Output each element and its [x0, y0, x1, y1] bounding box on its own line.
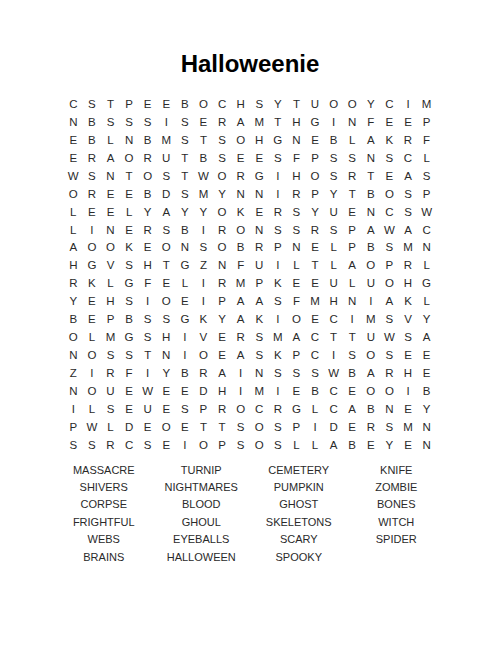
grid-cell-r16-c3[interactable]: R [101, 364, 120, 382]
grid-cell-r11-c19[interactable]: H [399, 274, 418, 292]
grid-cell-r8-c5[interactable]: R [138, 221, 157, 239]
grid-cell-r6-c2[interactable]: R [83, 185, 102, 203]
grid-cell-r10-c7[interactable]: G [176, 256, 195, 274]
grid-cell-r9-c16[interactable]: P [343, 239, 362, 257]
grid-cell-r16-c6[interactable]: Y [157, 364, 176, 382]
grid-cell-r11-c6[interactable]: E [157, 274, 176, 292]
grid-cell-r12-c8[interactable]: I [194, 292, 213, 310]
grid-cell-r7-c13[interactable]: S [287, 203, 306, 221]
grid-cell-r11-c9[interactable]: R [213, 274, 232, 292]
grid-cell-r6-c17[interactable]: B [362, 185, 381, 203]
grid-cell-r9-c12[interactable]: P [269, 239, 288, 257]
grid-cell-r16-c16[interactable]: B [343, 364, 362, 382]
grid-cell-r18-c19[interactable]: E [399, 400, 418, 418]
grid-cell-r3-c8[interactable]: T [194, 131, 213, 149]
grid-cell-r11-c11[interactable]: P [250, 274, 269, 292]
grid-cell-r7-c15[interactable]: U [324, 203, 343, 221]
grid-cell-r15-c8[interactable]: O [194, 346, 213, 364]
grid-cell-r20-c20[interactable]: N [417, 436, 436, 454]
grid-cell-r18-c16[interactable]: A [343, 400, 362, 418]
grid-cell-r14-c9[interactable]: E [213, 328, 232, 346]
grid-cell-r4-c5[interactable]: R [138, 149, 157, 167]
grid-cell-r17-c4[interactable]: E [120, 382, 139, 400]
grid-cell-r2-c3[interactable]: S [101, 113, 120, 131]
grid-cell-r2-c11[interactable]: M [250, 113, 269, 131]
grid-cell-r17-c16[interactable]: E [343, 382, 362, 400]
grid-cell-r19-c20[interactable]: N [417, 418, 436, 436]
grid-cell-r5-c19[interactable]: A [399, 167, 418, 185]
grid-cell-r12-c20[interactable]: L [417, 292, 436, 310]
grid-cell-r7-c10[interactable]: K [231, 203, 250, 221]
grid-cell-r2-c7[interactable]: S [176, 113, 195, 131]
grid-cell-r17-c15[interactable]: C [324, 382, 343, 400]
grid-cell-r12-c12[interactable]: S [269, 292, 288, 310]
grid-cell-r1-c3[interactable]: T [101, 95, 120, 113]
grid-cell-r6-c20[interactable]: P [417, 185, 436, 203]
grid-cell-r8-c4[interactable]: E [120, 221, 139, 239]
grid-cell-r9-c3[interactable]: O [101, 239, 120, 257]
grid-cell-r2-c14[interactable]: G [306, 113, 325, 131]
grid-cell-r13-c20[interactable]: Y [417, 310, 436, 328]
grid-cell-r17-c9[interactable]: H [213, 382, 232, 400]
grid-cell-r13-c13[interactable]: O [287, 310, 306, 328]
grid-cell-r4-c7[interactable]: T [176, 149, 195, 167]
grid-cell-r8-c10[interactable]: O [231, 221, 250, 239]
grid-cell-r5-c11[interactable]: G [250, 167, 269, 185]
grid-cell-r4-c2[interactable]: R [83, 149, 102, 167]
grid-cell-r7-c18[interactable]: C [380, 203, 399, 221]
grid-cell-r10-c8[interactable]: Z [194, 256, 213, 274]
grid-cell-r14-c4[interactable]: G [120, 328, 139, 346]
grid-cell-r10-c16[interactable]: A [343, 256, 362, 274]
grid-cell-r9-c20[interactable]: N [417, 239, 436, 257]
grid-cell-r6-c16[interactable]: T [343, 185, 362, 203]
grid-cell-r12-c10[interactable]: A [231, 292, 250, 310]
grid-cell-r7-c19[interactable]: S [399, 203, 418, 221]
grid-cell-r2-c2[interactable]: B [83, 113, 102, 131]
grid-cell-r6-c18[interactable]: O [380, 185, 399, 203]
grid-cell-r20-c19[interactable]: E [399, 436, 418, 454]
grid-cell-r9-c15[interactable]: L [324, 239, 343, 257]
grid-cell-r4-c3[interactable]: A [101, 149, 120, 167]
grid-cell-r18-c10[interactable]: O [231, 400, 250, 418]
grid-cell-r10-c14[interactable]: T [306, 256, 325, 274]
grid-cell-r1-c20[interactable]: M [417, 95, 436, 113]
grid-cell-r2-c5[interactable]: S [138, 113, 157, 131]
grid-cell-r15-c4[interactable]: S [120, 346, 139, 364]
grid-cell-r1-c2[interactable]: S [83, 95, 102, 113]
grid-cell-r19-c5[interactable]: E [138, 418, 157, 436]
grid-cell-r6-c3[interactable]: E [101, 185, 120, 203]
grid-cell-r17-c20[interactable]: B [417, 382, 436, 400]
grid-cell-r8-c3[interactable]: N [101, 221, 120, 239]
grid-cell-r13-c6[interactable]: S [157, 310, 176, 328]
grid-cell-r14-c13[interactable]: A [287, 328, 306, 346]
grid-cell-r19-c18[interactable]: S [380, 418, 399, 436]
grid-cell-r13-c11[interactable]: K [250, 310, 269, 328]
grid-cell-r5-c20[interactable]: S [417, 167, 436, 185]
grid-cell-r2-c13[interactable]: H [287, 113, 306, 131]
grid-cell-r7-c1[interactable]: L [64, 203, 83, 221]
grid-cell-r8-c16[interactable]: P [343, 221, 362, 239]
grid-cell-r10-c15[interactable]: L [324, 256, 343, 274]
grid-cell-r1-c18[interactable]: C [380, 95, 399, 113]
grid-cell-r6-c5[interactable]: B [138, 185, 157, 203]
grid-cell-r17-c12[interactable]: I [269, 382, 288, 400]
grid-cell-r8-c17[interactable]: A [362, 221, 381, 239]
grid-cell-r9-c2[interactable]: O [83, 239, 102, 257]
grid-cell-r1-c16[interactable]: O [343, 95, 362, 113]
grid-cell-r8-c18[interactable]: W [380, 221, 399, 239]
grid-cell-r2-c8[interactable]: E [194, 113, 213, 131]
grid-cell-r20-c16[interactable]: B [343, 436, 362, 454]
grid-cell-r7-c20[interactable]: W [417, 203, 436, 221]
grid-cell-r16-c4[interactable]: F [120, 364, 139, 382]
grid-cell-r1-c15[interactable]: O [324, 95, 343, 113]
grid-cell-r20-c13[interactable]: L [287, 436, 306, 454]
grid-cell-r2-c4[interactable]: S [120, 113, 139, 131]
grid-cell-r20-c12[interactable]: S [269, 436, 288, 454]
grid-cell-r10-c20[interactable]: L [417, 256, 436, 274]
grid-cell-r7-c11[interactable]: E [250, 203, 269, 221]
grid-cell-r5-c7[interactable]: T [176, 167, 195, 185]
grid-cell-r11-c14[interactable]: E [306, 274, 325, 292]
grid-cell-r4-c1[interactable]: E [64, 149, 83, 167]
grid-cell-r4-c14[interactable]: P [306, 149, 325, 167]
grid-cell-r16-c19[interactable]: H [399, 364, 418, 382]
grid-cell-r5-c8[interactable]: W [194, 167, 213, 185]
grid-cell-r4-c10[interactable]: E [231, 149, 250, 167]
grid-cell-r16-c1[interactable]: Z [64, 364, 83, 382]
grid-cell-r2-c6[interactable]: I [157, 113, 176, 131]
grid-cell-r7-c12[interactable]: R [269, 203, 288, 221]
grid-cell-r5-c4[interactable]: T [120, 167, 139, 185]
grid-cell-r14-c18[interactable]: W [380, 328, 399, 346]
grid-cell-r19-c4[interactable]: D [120, 418, 139, 436]
grid-cell-r11-c16[interactable]: L [343, 274, 362, 292]
grid-cell-r5-c6[interactable]: S [157, 167, 176, 185]
grid-cell-r17-c8[interactable]: D [194, 382, 213, 400]
grid-cell-r14-c12[interactable]: M [269, 328, 288, 346]
grid-cell-r14-c3[interactable]: M [101, 328, 120, 346]
grid-cell-r19-c8[interactable]: T [194, 418, 213, 436]
grid-cell-r4-c13[interactable]: F [287, 149, 306, 167]
grid-cell-r6-c11[interactable]: N [250, 185, 269, 203]
grid-cell-r10-c11[interactable]: U [250, 256, 269, 274]
grid-cell-r9-c4[interactable]: K [120, 239, 139, 257]
grid-cell-r7-c2[interactable]: E [83, 203, 102, 221]
grid-cell-r16-c12[interactable]: S [269, 364, 288, 382]
grid-cell-r14-c7[interactable]: I [176, 328, 195, 346]
grid-cell-r11-c7[interactable]: L [176, 274, 195, 292]
grid-cell-r15-c16[interactable]: S [343, 346, 362, 364]
grid-cell-r18-c6[interactable]: E [157, 400, 176, 418]
grid-cell-r11-c2[interactable]: K [83, 274, 102, 292]
grid-cell-r7-c9[interactable]: O [213, 203, 232, 221]
grid-cell-r12-c16[interactable]: N [343, 292, 362, 310]
grid-cell-r3-c3[interactable]: L [101, 131, 120, 149]
grid-cell-r4-c9[interactable]: S [213, 149, 232, 167]
grid-cell-r11-c13[interactable]: E [287, 274, 306, 292]
grid-cell-r14-c6[interactable]: H [157, 328, 176, 346]
grid-cell-r14-c16[interactable]: T [343, 328, 362, 346]
grid-cell-r13-c17[interactable]: M [362, 310, 381, 328]
grid-cell-r19-c19[interactable]: M [399, 418, 418, 436]
grid-cell-r5-c16[interactable]: R [343, 167, 362, 185]
grid-cell-r6-c13[interactable]: R [287, 185, 306, 203]
grid-cell-r2-c17[interactable]: F [362, 113, 381, 131]
grid-cell-r7-c7[interactable]: Y [176, 203, 195, 221]
grid-cell-r1-c5[interactable]: E [138, 95, 157, 113]
grid-cell-r20-c9[interactable]: P [213, 436, 232, 454]
grid-cell-r4-c20[interactable]: L [417, 149, 436, 167]
grid-cell-r8-c8[interactable]: I [194, 221, 213, 239]
grid-cell-r8-c19[interactable]: A [399, 221, 418, 239]
grid-cell-r13-c3[interactable]: P [101, 310, 120, 328]
grid-cell-r3-c20[interactable]: F [417, 131, 436, 149]
grid-cell-r18-c7[interactable]: S [176, 400, 195, 418]
grid-cell-r11-c10[interactable]: M [231, 274, 250, 292]
grid-cell-r15-c13[interactable]: P [287, 346, 306, 364]
grid-cell-r7-c5[interactable]: Y [138, 203, 157, 221]
grid-cell-r20-c2[interactable]: S [83, 436, 102, 454]
grid-cell-r13-c14[interactable]: E [306, 310, 325, 328]
grid-cell-r12-c2[interactable]: E [83, 292, 102, 310]
grid-cell-r1-c11[interactable]: S [250, 95, 269, 113]
grid-cell-r11-c5[interactable]: F [138, 274, 157, 292]
grid-cell-r15-c18[interactable]: S [380, 346, 399, 364]
grid-cell-r2-c12[interactable]: T [269, 113, 288, 131]
grid-cell-r14-c5[interactable]: S [138, 328, 157, 346]
grid-cell-r4-c11[interactable]: E [250, 149, 269, 167]
grid-cell-r15-c1[interactable]: N [64, 346, 83, 364]
grid-cell-r3-c4[interactable]: N [120, 131, 139, 149]
grid-cell-r3-c9[interactable]: S [213, 131, 232, 149]
grid-cell-r10-c12[interactable]: I [269, 256, 288, 274]
grid-cell-r17-c11[interactable]: M [250, 382, 269, 400]
grid-cell-r17-c5[interactable]: W [138, 382, 157, 400]
grid-cell-r20-c6[interactable]: E [157, 436, 176, 454]
grid-cell-r14-c19[interactable]: S [399, 328, 418, 346]
grid-cell-r4-c17[interactable]: N [362, 149, 381, 167]
grid-cell-r15-c19[interactable]: E [399, 346, 418, 364]
grid-cell-r13-c16[interactable]: I [343, 310, 362, 328]
grid-cell-r20-c4[interactable]: C [120, 436, 139, 454]
grid-cell-r8-c20[interactable]: C [417, 221, 436, 239]
grid-cell-r12-c7[interactable]: E [176, 292, 195, 310]
grid-cell-r14-c11[interactable]: S [250, 328, 269, 346]
grid-cell-r19-c11[interactable]: O [250, 418, 269, 436]
grid-cell-r16-c10[interactable]: I [231, 364, 250, 382]
grid-cell-r3-c5[interactable]: B [138, 131, 157, 149]
grid-cell-r20-c18[interactable]: Y [380, 436, 399, 454]
grid-cell-r18-c1[interactable]: I [64, 400, 83, 418]
grid-cell-r4-c4[interactable]: O [120, 149, 139, 167]
grid-cell-r16-c11[interactable]: N [250, 364, 269, 382]
grid-cell-r13-c15[interactable]: C [324, 310, 343, 328]
grid-cell-r17-c18[interactable]: O [380, 382, 399, 400]
grid-cell-r9-c6[interactable]: O [157, 239, 176, 257]
grid-cell-r13-c2[interactable]: E [83, 310, 102, 328]
grid-cell-r1-c14[interactable]: U [306, 95, 325, 113]
grid-cell-r17-c19[interactable]: I [399, 382, 418, 400]
grid-cell-r10-c9[interactable]: N [213, 256, 232, 274]
grid-cell-r2-c19[interactable]: E [399, 113, 418, 131]
grid-cell-r9-c7[interactable]: N [176, 239, 195, 257]
grid-cell-r16-c17[interactable]: A [362, 364, 381, 382]
grid-cell-r8-c11[interactable]: N [250, 221, 269, 239]
grid-cell-r3-c1[interactable]: E [64, 131, 83, 149]
grid-cell-r3-c10[interactable]: O [231, 131, 250, 149]
grid-cell-r20-c7[interactable]: I [176, 436, 195, 454]
grid-cell-r16-c15[interactable]: W [324, 364, 343, 382]
grid-cell-r8-c12[interactable]: S [269, 221, 288, 239]
grid-cell-r19-c1[interactable]: P [64, 418, 83, 436]
grid-cell-r15-c11[interactable]: S [250, 346, 269, 364]
grid-cell-r16-c20[interactable]: E [417, 364, 436, 382]
grid-cell-r6-c6[interactable]: D [157, 185, 176, 203]
grid-cell-r11-c8[interactable]: I [194, 274, 213, 292]
grid-cell-r1-c19[interactable]: I [399, 95, 418, 113]
grid-cell-r17-c6[interactable]: E [157, 382, 176, 400]
grid-cell-r3-c14[interactable]: E [306, 131, 325, 149]
grid-cell-r8-c13[interactable]: S [287, 221, 306, 239]
grid-cell-r19-c15[interactable]: D [324, 418, 343, 436]
grid-cell-r15-c5[interactable]: T [138, 346, 157, 364]
grid-cell-r16-c13[interactable]: S [287, 364, 306, 382]
grid-cell-r7-c6[interactable]: A [157, 203, 176, 221]
grid-cell-r13-c10[interactable]: A [231, 310, 250, 328]
grid-cell-r6-c9[interactable]: Y [213, 185, 232, 203]
grid-cell-r18-c11[interactable]: C [250, 400, 269, 418]
grid-cell-r12-c9[interactable]: P [213, 292, 232, 310]
grid-cell-r20-c5[interactable]: S [138, 436, 157, 454]
grid-cell-r6-c1[interactable]: O [64, 185, 83, 203]
grid-cell-r3-c11[interactable]: H [250, 131, 269, 149]
grid-cell-r17-c10[interactable]: I [231, 382, 250, 400]
grid-cell-r12-c11[interactable]: A [250, 292, 269, 310]
grid-cell-r9-c9[interactable]: O [213, 239, 232, 257]
grid-cell-r12-c5[interactable]: I [138, 292, 157, 310]
grid-cell-r5-c18[interactable]: E [380, 167, 399, 185]
grid-cell-r8-c2[interactable]: I [83, 221, 102, 239]
grid-cell-r15-c2[interactable]: O [83, 346, 102, 364]
grid-cell-r11-c15[interactable]: U [324, 274, 343, 292]
grid-cell-r13-c1[interactable]: B [64, 310, 83, 328]
grid-cell-r1-c10[interactable]: H [231, 95, 250, 113]
grid-cell-r20-c10[interactable]: S [231, 436, 250, 454]
grid-cell-r19-c9[interactable]: T [213, 418, 232, 436]
grid-cell-r8-c7[interactable]: B [176, 221, 195, 239]
grid-cell-r6-c14[interactable]: P [306, 185, 325, 203]
grid-cell-r12-c1[interactable]: Y [64, 292, 83, 310]
grid-cell-r7-c4[interactable]: L [120, 203, 139, 221]
grid-cell-r5-c9[interactable]: O [213, 167, 232, 185]
grid-cell-r19-c2[interactable]: W [83, 418, 102, 436]
grid-cell-r5-c3[interactable]: N [101, 167, 120, 185]
grid-cell-r14-c8[interactable]: V [194, 328, 213, 346]
grid-cell-r18-c18[interactable]: N [380, 400, 399, 418]
grid-cell-r19-c6[interactable]: O [157, 418, 176, 436]
grid-cell-r8-c14[interactable]: R [306, 221, 325, 239]
grid-cell-r9-c8[interactable]: S [194, 239, 213, 257]
grid-cell-r6-c15[interactable]: Y [324, 185, 343, 203]
grid-cell-r5-c1[interactable]: W [64, 167, 83, 185]
grid-cell-r2-c20[interactable]: P [417, 113, 436, 131]
grid-cell-r12-c6[interactable]: O [157, 292, 176, 310]
grid-cell-r20-c1[interactable]: S [64, 436, 83, 454]
grid-cell-r2-c16[interactable]: N [343, 113, 362, 131]
grid-cell-r14-c15[interactable]: T [324, 328, 343, 346]
grid-cell-r19-c7[interactable]: E [176, 418, 195, 436]
grid-cell-r11-c3[interactable]: L [101, 274, 120, 292]
grid-cell-r13-c7[interactable]: G [176, 310, 195, 328]
grid-cell-r13-c4[interactable]: B [120, 310, 139, 328]
grid-cell-r7-c17[interactable]: N [362, 203, 381, 221]
grid-cell-r18-c9[interactable]: R [213, 400, 232, 418]
grid-cell-r17-c1[interactable]: N [64, 382, 83, 400]
grid-cell-r15-c15[interactable]: I [324, 346, 343, 364]
grid-cell-r10-c1[interactable]: H [64, 256, 83, 274]
grid-cell-r4-c16[interactable]: S [343, 149, 362, 167]
grid-cell-r18-c14[interactable]: L [306, 400, 325, 418]
grid-cell-r19-c13[interactable]: P [287, 418, 306, 436]
grid-cell-r8-c9[interactable]: R [213, 221, 232, 239]
grid-cell-r8-c1[interactable]: L [64, 221, 83, 239]
grid-cell-r10-c10[interactable]: F [231, 256, 250, 274]
grid-cell-r1-c9[interactable]: C [213, 95, 232, 113]
grid-cell-r19-c14[interactable]: I [306, 418, 325, 436]
grid-cell-r12-c18[interactable]: A [380, 292, 399, 310]
grid-cell-r20-c17[interactable]: E [362, 436, 381, 454]
grid-cell-r17-c7[interactable]: E [176, 382, 195, 400]
grid-cell-r15-c10[interactable]: A [231, 346, 250, 364]
grid-cell-r10-c5[interactable]: H [138, 256, 157, 274]
grid-cell-r18-c2[interactable]: L [83, 400, 102, 418]
grid-cell-r3-c6[interactable]: M [157, 131, 176, 149]
grid-cell-r9-c19[interactable]: M [399, 239, 418, 257]
grid-cell-r20-c11[interactable]: O [250, 436, 269, 454]
grid-cell-r4-c15[interactable]: S [324, 149, 343, 167]
grid-cell-r10-c6[interactable]: T [157, 256, 176, 274]
grid-cell-r15-c20[interactable]: E [417, 346, 436, 364]
grid-cell-r10-c17[interactable]: O [362, 256, 381, 274]
grid-cell-r9-c13[interactable]: N [287, 239, 306, 257]
grid-cell-r20-c14[interactable]: L [306, 436, 325, 454]
grid-cell-r6-c12[interactable]: I [269, 185, 288, 203]
grid-cell-r5-c5[interactable]: O [138, 167, 157, 185]
grid-cell-r9-c18[interactable]: S [380, 239, 399, 257]
grid-cell-r12-c17[interactable]: I [362, 292, 381, 310]
grid-cell-r2-c10[interactable]: A [231, 113, 250, 131]
grid-cell-r19-c10[interactable]: S [231, 418, 250, 436]
grid-cell-r6-c8[interactable]: M [194, 185, 213, 203]
grid-cell-r16-c14[interactable]: S [306, 364, 325, 382]
grid-cell-r3-c7[interactable]: S [176, 131, 195, 149]
grid-cell-r15-c9[interactable]: E [213, 346, 232, 364]
grid-cell-r4-c18[interactable]: S [380, 149, 399, 167]
grid-cell-r5-c13[interactable]: H [287, 167, 306, 185]
grid-cell-r14-c14[interactable]: C [306, 328, 325, 346]
grid-cell-r9-c11[interactable]: R [250, 239, 269, 257]
grid-cell-r3-c16[interactable]: L [343, 131, 362, 149]
grid-cell-r10-c3[interactable]: V [101, 256, 120, 274]
grid-cell-r10-c19[interactable]: R [399, 256, 418, 274]
grid-cell-r3-c2[interactable]: B [83, 131, 102, 149]
grid-cell-r15-c14[interactable]: C [306, 346, 325, 364]
grid-cell-r12-c19[interactable]: K [399, 292, 418, 310]
grid-cell-r12-c14[interactable]: M [306, 292, 325, 310]
